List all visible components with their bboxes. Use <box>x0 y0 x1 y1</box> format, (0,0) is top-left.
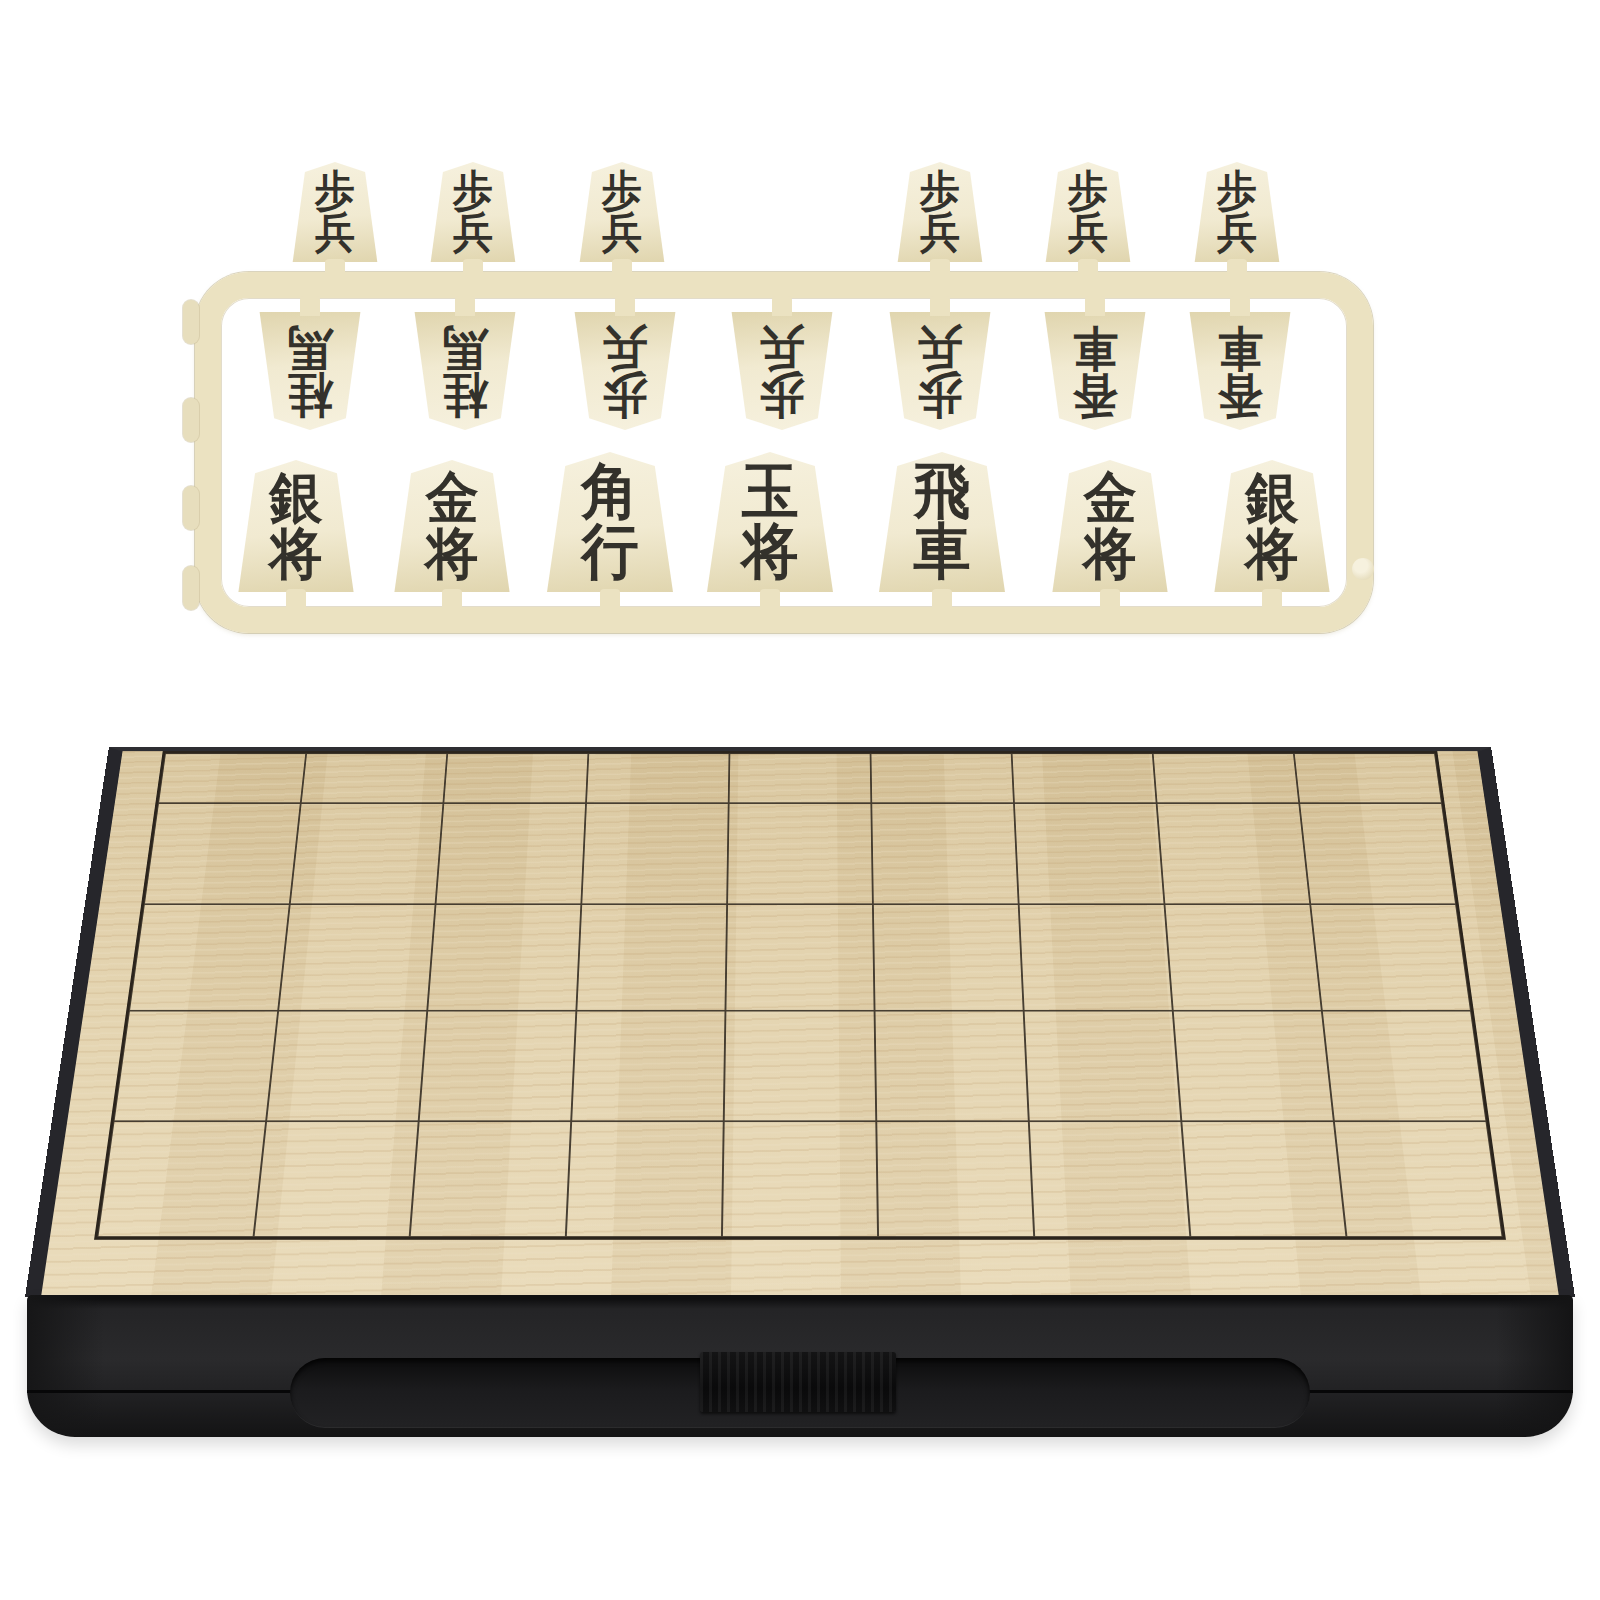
board-cell <box>1019 904 1173 1010</box>
piece-kanji: 玉 <box>742 462 799 524</box>
piece-kanji: 歩 <box>920 169 960 212</box>
board-cell <box>301 753 448 803</box>
board-3d-face <box>25 747 1575 1297</box>
board-cell <box>1153 753 1300 803</box>
board-cell <box>1014 803 1165 904</box>
sprue-stem <box>930 296 950 316</box>
piece-kanji: 銀 <box>270 470 323 527</box>
product-photo: 歩兵歩兵歩兵歩兵歩兵歩兵桂馬桂馬歩兵歩兵歩兵香車香車銀将金将角行玉将飛車金将銀将 <box>0 0 1600 1600</box>
piece-kanji: 車 <box>914 521 971 583</box>
sprue-stem <box>772 296 792 316</box>
board-cell <box>1012 753 1157 803</box>
piece-kanji: 将 <box>1246 525 1299 582</box>
piece-kanji: 香 <box>1218 370 1263 419</box>
board-cell <box>725 904 874 1010</box>
piece-kanji: 銀 <box>1246 470 1299 527</box>
sprue-stem <box>1078 259 1098 279</box>
board-cell <box>1173 1010 1334 1121</box>
board-cell <box>158 753 306 803</box>
board-cell <box>1029 1121 1191 1237</box>
board-cell <box>566 1121 724 1237</box>
board-cell <box>586 753 729 803</box>
board-cell <box>729 753 872 803</box>
board-cell <box>1299 803 1456 904</box>
board-cell <box>873 904 1024 1010</box>
board-cell <box>871 803 1018 904</box>
board-cell <box>576 904 727 1010</box>
sprue-stem <box>600 589 620 609</box>
piece-kanji: 将 <box>426 525 479 582</box>
shogi-piece-pawn[interactable]: 歩兵 <box>1041 162 1135 262</box>
board-cell <box>266 1010 427 1121</box>
board-cell <box>1024 1010 1182 1121</box>
board-cell <box>875 1010 1029 1121</box>
piece-kanji: 歩 <box>453 169 493 212</box>
piece-kanji: 角 <box>582 462 639 524</box>
sprue-gate-bump <box>183 486 199 530</box>
piece-kanji: 香 <box>1073 370 1118 419</box>
board-cell <box>290 803 444 904</box>
mould-pin-mark <box>1352 558 1374 580</box>
folding-case <box>27 1295 1573 1437</box>
board-cell <box>1322 1010 1487 1121</box>
sprue-stem <box>442 589 462 609</box>
board-cell <box>410 1121 572 1237</box>
piece-kanji: 歩 <box>315 169 355 212</box>
piece-kanji: 兵 <box>760 323 805 372</box>
piece-kanji: 将 <box>270 525 323 582</box>
piece-kanji: 将 <box>1084 525 1137 582</box>
sprue-stem <box>1230 296 1250 316</box>
piece-kanji: 歩 <box>1217 169 1257 212</box>
board-cell <box>571 1010 725 1121</box>
piece-kanji: 桂 <box>443 370 488 419</box>
shogi-board <box>25 637 1575 1297</box>
shogi-piece-pawn[interactable]: 歩兵 <box>575 162 669 262</box>
board-cell <box>727 803 873 904</box>
piece-kanji: 兵 <box>1068 211 1108 254</box>
board-cell <box>443 753 588 803</box>
board-cell <box>1310 904 1471 1010</box>
board-cell <box>436 803 587 904</box>
board-cell <box>97 1121 266 1237</box>
piece-kanji: 兵 <box>453 211 493 254</box>
sprue-stem <box>612 259 632 279</box>
piece-kanji: 車 <box>1218 323 1263 372</box>
board-cell <box>278 904 435 1010</box>
board-cell <box>1164 904 1321 1010</box>
board-cell <box>581 803 728 904</box>
piece-kanji: 馬 <box>288 323 333 372</box>
piece-kanji: 兵 <box>315 211 355 254</box>
sprue-stem <box>760 589 780 609</box>
shogi-piece-pawn[interactable]: 歩兵 <box>1190 162 1284 262</box>
board-cell <box>1181 1121 1346 1237</box>
sprue-stem <box>1227 259 1247 279</box>
board-cell <box>254 1121 419 1237</box>
sprue-gate-bump <box>183 566 199 610</box>
sprue-stem <box>300 296 320 316</box>
sprue-stem <box>455 296 475 316</box>
board-cell <box>876 1121 1034 1237</box>
piece-kanji: 兵 <box>920 211 960 254</box>
piece-kanji: 兵 <box>918 323 963 372</box>
board-cell <box>114 1010 279 1121</box>
piece-kanji: 馬 <box>443 323 488 372</box>
piece-kanji: 兵 <box>603 323 648 372</box>
piece-kanji: 行 <box>582 521 639 583</box>
piece-kanji: 将 <box>742 521 799 583</box>
sprue-stem <box>930 259 950 279</box>
sprue-stem <box>286 589 306 609</box>
sprue-stem <box>1262 589 1282 609</box>
board-cell <box>427 904 581 1010</box>
latch-tab[interactable] <box>700 1352 896 1412</box>
piece-kanji: 歩 <box>918 370 963 419</box>
piece-kanji: 飛 <box>914 462 971 524</box>
board-cell <box>871 753 1014 803</box>
piece-kanji: 金 <box>426 470 479 527</box>
board-cell <box>722 1121 878 1237</box>
sprue-stem <box>615 296 635 316</box>
sprue-gate-bump <box>183 398 199 442</box>
board-cell <box>419 1010 577 1121</box>
board-cell <box>724 1010 877 1121</box>
piece-kanji: 歩 <box>1068 169 1108 212</box>
sprue-stem <box>932 589 952 609</box>
shogi-piece-pawn[interactable]: 歩兵 <box>893 162 987 262</box>
piece-kanji: 桂 <box>288 370 333 419</box>
board-cell <box>1157 803 1311 904</box>
sprue-stem <box>325 259 345 279</box>
board-surface <box>25 747 1575 1297</box>
piece-kanji: 歩 <box>602 169 642 212</box>
shogi-piece-pawn[interactable]: 歩兵 <box>288 162 382 262</box>
board-cell <box>129 904 290 1010</box>
piece-kanji: 兵 <box>1217 211 1257 254</box>
sprue-stem <box>463 259 483 279</box>
board-grid <box>94 751 1506 1240</box>
board-cell <box>1294 753 1442 803</box>
sprue-stem <box>1085 296 1105 316</box>
piece-kanji: 歩 <box>760 370 805 419</box>
piece-kanji: 兵 <box>602 211 642 254</box>
board-cell <box>144 803 301 904</box>
piece-kanji: 金 <box>1084 470 1137 527</box>
sprue-stem <box>1100 589 1120 609</box>
piece-kanji: 車 <box>1073 323 1118 372</box>
case-seam <box>27 1390 292 1393</box>
sprue-gate-bump <box>183 300 199 344</box>
case-seam <box>1308 1390 1573 1393</box>
shogi-piece-pawn[interactable]: 歩兵 <box>426 162 520 262</box>
board-cell <box>1334 1121 1503 1237</box>
piece-kanji: 歩 <box>603 370 648 419</box>
